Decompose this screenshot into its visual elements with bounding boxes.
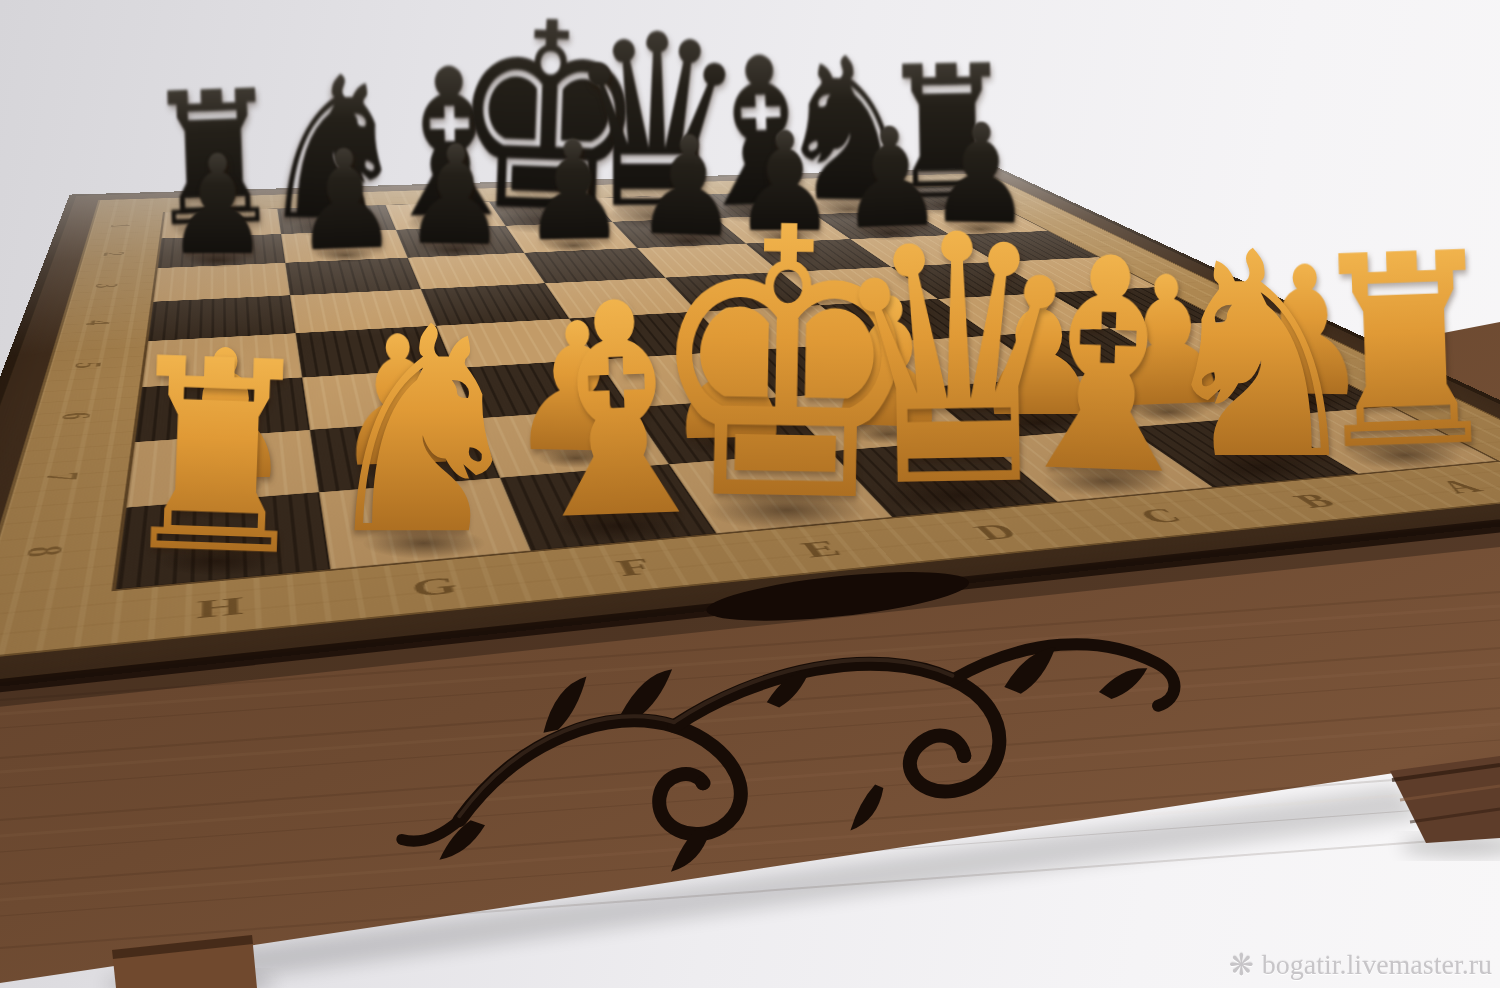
snowflake-ornament-icon: ❋ — [1229, 947, 1254, 982]
file-label-h: H — [196, 590, 247, 624]
chess-photo-scene: HGFEDCBA12345678 ♜♞♝♚♛♝♞♜♟♟♟♟♟♟♟♟♟♟♟♟♟♟♟… — [0, 0, 1500, 988]
watermark: ❋ bogatir.livemaster.ru — [1229, 947, 1492, 982]
file-label-g: G — [408, 570, 462, 602]
watermark-text: bogatir.livemaster.ru — [1262, 949, 1492, 981]
right-foot — [1390, 756, 1500, 843]
